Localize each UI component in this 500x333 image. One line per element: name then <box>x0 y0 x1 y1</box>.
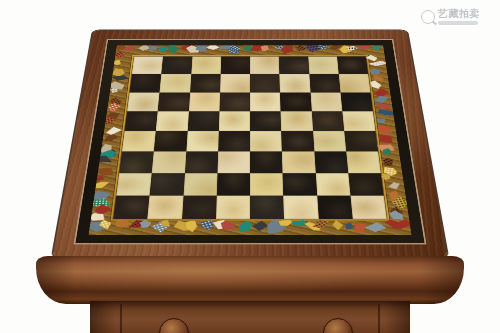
square-d6 <box>219 92 250 111</box>
square-d2 <box>217 173 250 195</box>
square-g6 <box>310 92 342 111</box>
square-f2 <box>283 173 317 195</box>
drawer-seam-left <box>120 304 122 333</box>
square-h4 <box>344 131 378 152</box>
square-g8 <box>308 57 339 75</box>
square-c3 <box>185 152 218 173</box>
square-b3 <box>152 152 186 173</box>
square-b4 <box>154 131 187 152</box>
watermark-text: 艺藏拍卖 <box>438 8 480 19</box>
specimen-fragment <box>148 218 175 234</box>
square-f4 <box>281 131 314 152</box>
square-h8 <box>337 57 368 75</box>
square-e5 <box>250 111 281 131</box>
square-d3 <box>217 152 250 173</box>
square-f7 <box>280 74 311 92</box>
square-g1 <box>317 195 353 218</box>
square-h5 <box>342 111 375 131</box>
square-b1 <box>147 195 183 218</box>
square-c4 <box>186 131 219 152</box>
tabletop <box>52 30 447 258</box>
square-c1 <box>182 195 217 218</box>
square-g7 <box>309 74 340 92</box>
specimen-fragment <box>111 59 123 66</box>
specimen-border <box>89 45 412 234</box>
square-a7 <box>130 74 162 92</box>
square-g5 <box>311 111 344 131</box>
magnifier-logo-icon <box>421 10 435 24</box>
square-f5 <box>281 111 313 131</box>
square-e3 <box>250 152 283 173</box>
square-c2 <box>183 173 217 195</box>
square-f8 <box>279 57 309 75</box>
specimen-fragment <box>123 45 138 52</box>
square-e7 <box>250 74 280 92</box>
square-a6 <box>127 92 160 111</box>
square-h2 <box>348 173 384 195</box>
photo-canvas: 艺藏拍卖 <box>0 0 500 333</box>
square-c5 <box>187 111 219 131</box>
square-a3 <box>119 152 154 173</box>
square-h6 <box>340 92 373 111</box>
square-e8 <box>250 57 280 75</box>
square-b6 <box>158 92 190 111</box>
table-edge-molding <box>36 256 464 304</box>
square-e6 <box>250 92 281 111</box>
gold-fillet-border <box>111 55 390 220</box>
square-d7 <box>220 74 250 92</box>
specimen-fragment <box>362 219 389 235</box>
drawer-front <box>90 301 410 333</box>
square-h7 <box>339 74 371 92</box>
watermark-subtext <box>438 21 478 25</box>
watermark: 艺藏拍卖 <box>421 8 480 25</box>
specimen-fragment <box>367 59 391 67</box>
specimen-fragment <box>89 178 112 191</box>
specimen-fragment <box>165 45 181 54</box>
mahogany-frame <box>52 30 447 258</box>
square-h1 <box>350 195 386 218</box>
square-d4 <box>218 131 250 152</box>
specimen-fragment <box>374 107 397 118</box>
specimen-fragment <box>341 220 357 233</box>
square-g4 <box>313 131 346 152</box>
square-a1 <box>113 195 149 218</box>
square-e1 <box>250 195 284 218</box>
square-g3 <box>314 152 348 173</box>
square-a4 <box>122 131 156 152</box>
square-e2 <box>250 173 283 195</box>
square-b8 <box>161 57 192 75</box>
square-d8 <box>220 57 250 75</box>
square-c7 <box>190 74 221 92</box>
square-f3 <box>282 152 315 173</box>
square-f1 <box>283 195 318 218</box>
specimen-fragment <box>370 45 384 51</box>
square-g2 <box>315 173 350 195</box>
square-e4 <box>250 131 282 152</box>
square-d1 <box>216 195 250 218</box>
black-marble-band <box>75 40 424 243</box>
square-d5 <box>219 111 250 131</box>
specimen-fragment <box>111 50 129 60</box>
square-a2 <box>116 173 152 195</box>
square-a5 <box>125 111 158 131</box>
drawer-seam-right <box>378 304 380 333</box>
square-f6 <box>280 92 311 111</box>
square-b5 <box>156 111 189 131</box>
square-c8 <box>191 57 221 75</box>
square-b7 <box>160 74 191 92</box>
specimen-fragment <box>384 179 405 192</box>
square-a8 <box>132 57 163 75</box>
specimen-fragment <box>373 102 394 111</box>
square-c6 <box>189 92 220 111</box>
specimen-fragment <box>356 45 372 49</box>
square-h3 <box>346 152 381 173</box>
square-b2 <box>150 173 185 195</box>
chessboard <box>113 57 386 219</box>
